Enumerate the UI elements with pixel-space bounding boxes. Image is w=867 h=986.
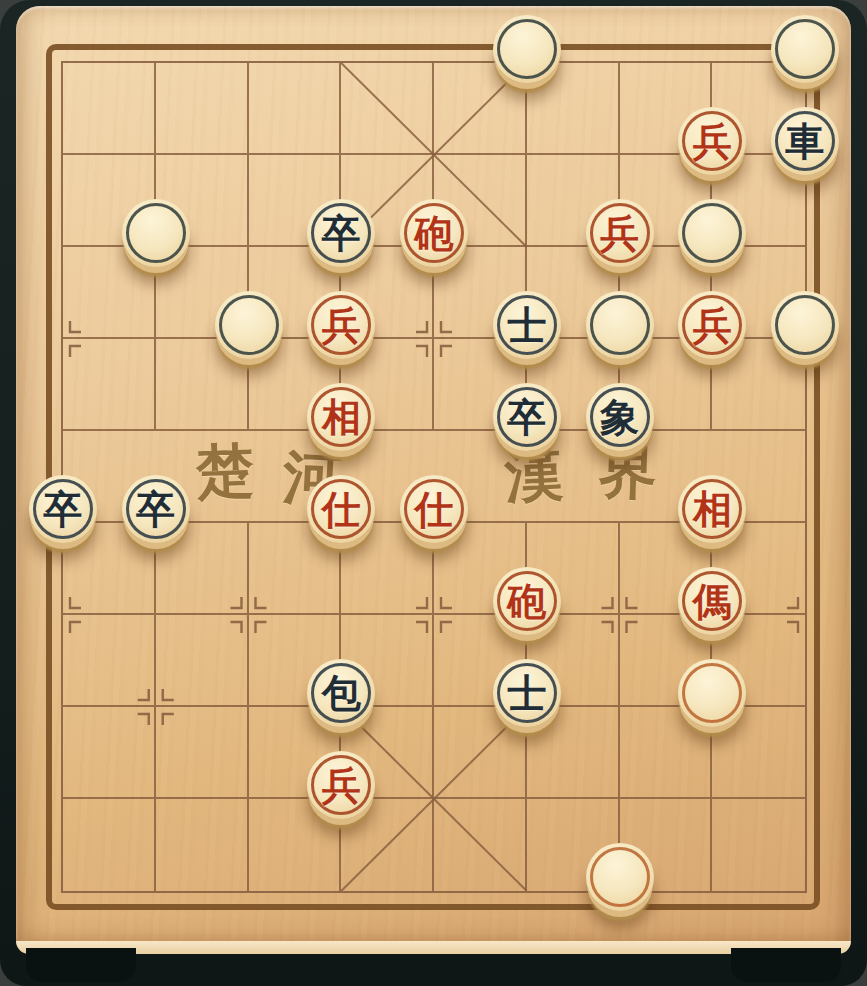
piece-red-cannon-r3c5[interactable]: 砲 [400,199,468,267]
piece-red-horse-r7c8[interactable]: 傌 [678,567,746,635]
piece-character: 卒 [122,475,190,543]
piece-black-hidden-r1c6[interactable] [493,15,561,83]
board-cell [63,615,156,707]
board-cell [156,615,249,707]
piece-character: 砲 [400,199,468,267]
board-cell [156,63,249,155]
piece-character: 仕 [400,475,468,543]
piece-black-hidden-r4c9[interactable] [771,291,839,359]
board-left-foot [26,948,136,982]
piece-character: 卒 [493,383,561,451]
board-cell [156,799,249,891]
piece-character: 兵 [586,199,654,267]
piece-character: 象 [586,383,654,451]
piece-red-soldier-r4c8[interactable]: 兵 [678,291,746,359]
piece-character: 車 [771,107,839,175]
piece-black-hidden-r4c7[interactable] [586,291,654,359]
xiangqi-app-window: 楚 河 漢 界 兵車卒砲兵兵士兵相卒象卒卒仕仕相砲傌包士兵 [0,0,867,986]
piece-black-hidden-r3c2[interactable] [122,199,190,267]
piece-black-hidden-r3c8[interactable] [678,199,746,267]
piece-black-soldier-r6c2[interactable]: 卒 [122,475,190,543]
piece-red-advisor-r6c5[interactable]: 仕 [400,475,468,543]
piece-character: 相 [307,383,375,451]
piece-character: 相 [678,475,746,543]
piece-character: 傌 [678,567,746,635]
piece-red-advisor-r6c4[interactable]: 仕 [307,475,375,543]
piece-black-soldier-r3c4[interactable]: 卒 [307,199,375,267]
piece-red-soldier-r4c4[interactable]: 兵 [307,291,375,359]
board-cell [434,799,527,891]
board-right-foot [731,948,841,982]
piece-character: 兵 [307,751,375,819]
board-cell [63,707,156,799]
board-cell [249,63,342,155]
piece-character: 兵 [307,291,375,359]
piece-character: 士 [493,659,561,727]
piece-red-soldier-r9c4[interactable]: 兵 [307,751,375,819]
board-cell [63,63,156,155]
piece-character: 兵 [678,107,746,175]
piece-black-cannon-r8c4[interactable]: 包 [307,659,375,727]
board-bottom-edge [16,941,851,954]
piece-black-chariot-r2c9[interactable]: 車 [771,107,839,175]
piece-red-elephant-r5c4[interactable]: 相 [307,383,375,451]
piece-character: 卒 [29,475,97,543]
piece-black-soldier-r6c1[interactable]: 卒 [29,475,97,543]
piece-character: 包 [307,659,375,727]
piece-character: 兵 [678,291,746,359]
board-cell [712,799,805,891]
board-cell [341,63,434,155]
piece-red-elephant-r6c8[interactable]: 相 [678,475,746,543]
piece-red-hidden-r10c7[interactable] [586,843,654,911]
piece-black-advisor-r8c6[interactable]: 士 [493,659,561,727]
board-cell [63,339,156,431]
piece-red-hidden-r8c8[interactable] [678,659,746,727]
piece-black-hidden-r4c3[interactable] [215,291,283,359]
board-cell [63,799,156,891]
piece-black-advisor-r4c6[interactable]: 士 [493,291,561,359]
piece-character: 仕 [307,475,375,543]
piece-black-soldier-r5c6[interactable]: 卒 [493,383,561,451]
piece-red-soldier-r3c7[interactable]: 兵 [586,199,654,267]
piece-red-soldier-r2c8[interactable]: 兵 [678,107,746,175]
piece-character: 砲 [493,567,561,635]
piece-character: 卒 [307,199,375,267]
board-cell [156,707,249,799]
piece-character: 士 [493,291,561,359]
piece-black-hidden-r1c9[interactable] [771,15,839,83]
piece-black-elephant-r5c7[interactable]: 象 [586,383,654,451]
piece-red-cannon-r7c6[interactable]: 砲 [493,567,561,635]
